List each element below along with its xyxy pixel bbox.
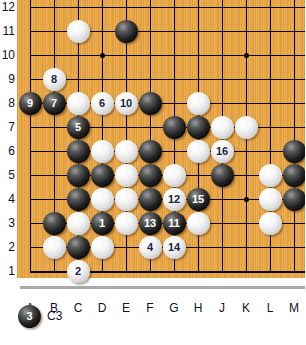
stone-number: 13 [144, 218, 156, 229]
column-label-L: L [262, 302, 278, 314]
row-label-5: 5 [0, 169, 15, 181]
stone-white-B2[interactable] [43, 236, 66, 259]
column-label-E: E [118, 302, 134, 314]
stone-black-F6[interactable] [139, 140, 162, 163]
column-label-D: D [94, 302, 110, 314]
stone-number: 4 [147, 242, 153, 253]
grid-line-row-9 [30, 79, 305, 80]
stone-black-F3[interactable]: 13 [139, 212, 162, 235]
stone-number: 12 [168, 194, 180, 205]
stone-black-M4[interactable] [283, 188, 306, 211]
stone-white-G2[interactable]: 14 [163, 236, 186, 259]
star-point-D10 [100, 53, 105, 58]
grid-line-row-10 [30, 55, 305, 56]
stone-black-A8[interactable]: 9 [19, 92, 42, 115]
stone-white-D6[interactable] [91, 140, 114, 163]
stone-number: 14 [168, 242, 180, 253]
stone-white-D4[interactable] [91, 188, 114, 211]
stone-white-C3[interactable] [67, 212, 90, 235]
stone-white-F2[interactable]: 4 [139, 236, 162, 259]
stone-black-G3[interactable]: 11 [163, 212, 186, 235]
row-label-1: 1 [0, 265, 15, 277]
row-label-6: 6 [0, 145, 15, 157]
stone-number: 11 [168, 218, 180, 229]
stone-number: 15 [192, 194, 204, 205]
row-label-2: 2 [0, 241, 15, 253]
stone-white-K7[interactable] [235, 116, 258, 139]
stone-number: 5 [75, 122, 81, 133]
stone-white-G5[interactable] [163, 164, 186, 187]
stone-white-J7[interactable] [211, 116, 234, 139]
stone-white-L3[interactable] [259, 212, 282, 235]
stone-white-C8[interactable] [67, 92, 90, 115]
stone-black-B8[interactable]: 7 [43, 92, 66, 115]
row-label-11: 11 [0, 25, 15, 37]
stone-white-C1[interactable]: 2 [67, 260, 90, 283]
stone-white-E4[interactable] [115, 188, 138, 211]
stone-black-H7[interactable] [187, 116, 210, 139]
stone-white-L5[interactable] [259, 164, 282, 187]
star-point-K4 [244, 197, 249, 202]
stone-black-D3[interactable]: 1 [91, 212, 114, 235]
stone-white-D8[interactable]: 6 [91, 92, 114, 115]
stone-number: 9 [27, 98, 33, 109]
stone-white-E6[interactable] [115, 140, 138, 163]
row-label-10: 10 [0, 49, 15, 61]
stone-white-E3[interactable] [115, 212, 138, 235]
caption-text: C3 [47, 310, 62, 322]
stone-black-G7[interactable] [163, 116, 186, 139]
stone-black-C7[interactable]: 5 [67, 116, 90, 139]
stone-black-D5[interactable] [91, 164, 114, 187]
row-label-7: 7 [0, 121, 15, 133]
stone-black-H4[interactable]: 15 [187, 188, 210, 211]
stone-number: 6 [99, 98, 105, 109]
board-shadow [20, 286, 305, 289]
grid-line-col-M [294, 0, 295, 272]
column-label-G: G [166, 302, 182, 314]
stone-black-C5[interactable] [67, 164, 90, 187]
stone-white-H8[interactable] [187, 92, 210, 115]
star-point-K10 [244, 53, 249, 58]
go-board[interactable]: 8976105161215113114142 [17, 0, 305, 278]
stone-black-J5[interactable] [211, 164, 234, 187]
stone-number: 1 [99, 218, 105, 229]
grid-line-row-12 [30, 7, 305, 8]
stone-number: 10 [120, 98, 132, 109]
caption-stone-number: 3 [26, 311, 32, 322]
stone-white-G4[interactable]: 12 [163, 188, 186, 211]
column-label-C: C [70, 302, 86, 314]
stone-white-D2[interactable] [91, 236, 114, 259]
row-label-9: 9 [0, 73, 15, 85]
column-label-J: J [214, 302, 230, 314]
stone-black-C6[interactable] [67, 140, 90, 163]
stone-number: 8 [51, 74, 57, 85]
stone-white-B9[interactable]: 8 [43, 68, 66, 91]
row-label-4: 4 [0, 193, 15, 205]
stone-white-L4[interactable] [259, 188, 282, 211]
column-label-K: K [238, 302, 254, 314]
stone-white-J6[interactable]: 16 [211, 140, 234, 163]
stone-black-F8[interactable] [139, 92, 162, 115]
stone-white-H3[interactable] [187, 212, 210, 235]
stone-black-M6[interactable] [283, 140, 306, 163]
stone-white-H6[interactable] [187, 140, 210, 163]
stone-black-C2[interactable] [67, 236, 90, 259]
row-label-12: 12 [0, 1, 15, 13]
caption-stone-black-3: 3 [18, 305, 41, 328]
stone-white-C11[interactable] [67, 20, 90, 43]
stone-white-E8[interactable]: 10 [115, 92, 138, 115]
column-label-M: M [286, 302, 302, 314]
go-diagram: 8976105161215113114142 121110987654321 A… [0, 0, 305, 345]
stone-black-E11[interactable] [115, 20, 138, 43]
stone-number: 2 [75, 266, 81, 277]
stone-white-E5[interactable] [115, 164, 138, 187]
grid-line-col-A [30, 0, 31, 272]
column-label-F: F [142, 302, 158, 314]
stone-black-F5[interactable] [139, 164, 162, 187]
stone-number: 7 [51, 98, 57, 109]
column-label-H: H [190, 302, 206, 314]
stone-black-B3[interactable] [43, 212, 66, 235]
row-label-8: 8 [0, 97, 15, 109]
stone-black-C4[interactable] [67, 188, 90, 211]
stone-number: 16 [216, 146, 228, 157]
stone-black-M5[interactable] [283, 164, 306, 187]
row-label-3: 3 [0, 217, 15, 229]
stone-black-F4[interactable] [139, 188, 162, 211]
